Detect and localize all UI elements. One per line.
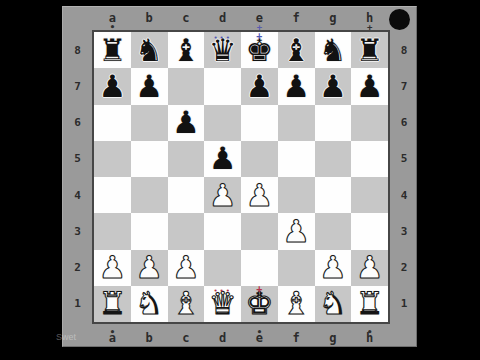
rank-label-left-6: 6 bbox=[63, 105, 92, 141]
castling-marker-bottom-e: • bbox=[257, 328, 262, 336]
square-e3[interactable] bbox=[241, 213, 278, 249]
piece-white-bishop[interactable]: ♝ bbox=[172, 288, 200, 319]
piece-white-pawn[interactable]: ♟ bbox=[135, 252, 163, 283]
black-to-move-indicator-icon bbox=[389, 9, 410, 30]
square-d5[interactable]: ♟ bbox=[204, 141, 241, 177]
castling-marker-bottom-a: • bbox=[110, 328, 115, 336]
square-c3[interactable] bbox=[168, 213, 205, 249]
square-a3[interactable] bbox=[94, 213, 131, 249]
rank-label-right-4: 4 bbox=[390, 177, 418, 213]
file-labels-bottom: abcdefgh bbox=[94, 326, 388, 350]
square-d1[interactable]: ♛••• bbox=[204, 286, 241, 322]
square-e5[interactable] bbox=[241, 141, 278, 177]
square-e1[interactable]: ♚+ bbox=[241, 286, 278, 322]
rank-label-left-2: 2 bbox=[63, 250, 92, 286]
piece-black-pawn[interactable]: ♟ bbox=[356, 71, 384, 102]
piece-white-queen[interactable]: ♛••• bbox=[209, 288, 237, 319]
white-queen-jewels-accent-icon: ••• bbox=[213, 288, 231, 295]
square-b6[interactable] bbox=[131, 105, 168, 141]
square-d7[interactable] bbox=[204, 68, 241, 104]
piece-white-knight[interactable]: ♞ bbox=[135, 288, 163, 319]
square-d3[interactable] bbox=[204, 213, 241, 249]
piece-black-knight[interactable]: ♞ bbox=[135, 35, 163, 66]
square-h8[interactable]: ♜ bbox=[351, 32, 388, 68]
rank-label-right-3: 3 bbox=[390, 213, 418, 249]
square-f8[interactable]: ♝ bbox=[278, 32, 315, 68]
piece-white-pawn[interactable]: ♟ bbox=[356, 252, 384, 283]
piece-white-pawn[interactable]: ♟ bbox=[172, 252, 200, 283]
board-frame: abcdefgh abcdefgh 87654321 87654321 •++•… bbox=[62, 6, 417, 347]
square-f3[interactable]: ♟ bbox=[278, 213, 315, 249]
black-queen-jewels-accent-icon: ••• bbox=[213, 35, 231, 42]
rank-label-left-3: 3 bbox=[63, 213, 92, 249]
castling-marker-bottom-h: • bbox=[367, 328, 372, 336]
square-g4[interactable] bbox=[315, 177, 352, 213]
file-label-bottom-c: c bbox=[168, 326, 205, 350]
square-f7[interactable]: ♟ bbox=[278, 68, 315, 104]
rank-label-right-2: 2 bbox=[390, 250, 418, 286]
square-c2[interactable]: ♟ bbox=[168, 250, 205, 286]
square-g7[interactable]: ♟ bbox=[315, 68, 352, 104]
square-f6[interactable] bbox=[278, 105, 315, 141]
piece-black-pawn[interactable]: ♟ bbox=[172, 107, 200, 138]
file-label-top-g: g bbox=[315, 7, 352, 29]
piece-white-king[interactable]: ♚+ bbox=[245, 288, 273, 319]
square-b3[interactable] bbox=[131, 213, 168, 249]
square-a7[interactable]: ♟ bbox=[94, 68, 131, 104]
square-d4[interactable]: ♟ bbox=[204, 177, 241, 213]
square-a1[interactable]: ♜ bbox=[94, 286, 131, 322]
watermark: Swet bbox=[56, 332, 76, 342]
square-b4[interactable] bbox=[131, 177, 168, 213]
piece-white-rook[interactable]: ♜ bbox=[98, 288, 126, 319]
piece-black-queen[interactable]: ♛••• bbox=[209, 35, 237, 66]
piece-white-pawn[interactable]: ♟ bbox=[245, 180, 273, 211]
square-e2[interactable] bbox=[241, 250, 278, 286]
piece-black-bishop[interactable]: ♝ bbox=[282, 35, 310, 66]
rank-labels-left: 87654321 bbox=[63, 32, 92, 322]
square-g2[interactable]: ♟ bbox=[315, 250, 352, 286]
piece-black-pawn[interactable]: ♟ bbox=[245, 71, 273, 102]
rank-label-right-5: 5 bbox=[390, 141, 418, 177]
square-c7[interactable] bbox=[168, 68, 205, 104]
square-a4[interactable] bbox=[94, 177, 131, 213]
square-b8[interactable]: ♞ bbox=[131, 32, 168, 68]
square-e6[interactable] bbox=[241, 105, 278, 141]
file-labels-top: abcdefgh bbox=[94, 7, 388, 29]
square-g6[interactable] bbox=[315, 105, 352, 141]
square-h6[interactable] bbox=[351, 105, 388, 141]
square-h4[interactable] bbox=[351, 177, 388, 213]
square-e4[interactable]: ♟ bbox=[241, 177, 278, 213]
square-e7[interactable]: ♟ bbox=[241, 68, 278, 104]
square-d6[interactable] bbox=[204, 105, 241, 141]
rank-label-left-5: 5 bbox=[63, 141, 92, 177]
square-h2[interactable]: ♟ bbox=[351, 250, 388, 286]
rank-label-right-7: 7 bbox=[390, 68, 418, 104]
piece-black-pawn[interactable]: ♟ bbox=[209, 143, 237, 174]
piece-white-pawn[interactable]: ♟ bbox=[98, 252, 126, 283]
piece-black-rook[interactable]: ♜ bbox=[356, 35, 384, 66]
rank-labels-right: 87654321 bbox=[390, 32, 418, 322]
file-label-bottom-d: d bbox=[204, 326, 241, 350]
square-d8[interactable]: ♛••• bbox=[204, 32, 241, 68]
rank-label-right-6: 6 bbox=[390, 105, 418, 141]
square-a5[interactable] bbox=[94, 141, 131, 177]
square-h3[interactable] bbox=[351, 213, 388, 249]
square-b5[interactable] bbox=[131, 141, 168, 177]
chess-board: ♜♞♝♛•••♚+♝♞♜♟♟♟♟♟♟♟♟♟♟♟♟♟♟♟♟♜♞♝♛•••♚+♝♞♜ bbox=[92, 30, 390, 324]
piece-black-pawn[interactable]: ♟ bbox=[135, 71, 163, 102]
piece-white-knight[interactable]: ♞ bbox=[319, 288, 347, 319]
piece-black-king[interactable]: ♚+ bbox=[245, 35, 273, 66]
piece-white-pawn[interactable]: ♟ bbox=[282, 216, 310, 247]
square-d2[interactable] bbox=[204, 250, 241, 286]
square-c4[interactable] bbox=[168, 177, 205, 213]
square-b2[interactable]: ♟ bbox=[131, 250, 168, 286]
piece-black-pawn[interactable]: ♟ bbox=[282, 71, 310, 102]
file-label-top-f: f bbox=[278, 7, 315, 29]
file-label-bottom-f: f bbox=[278, 326, 315, 350]
square-h1[interactable]: ♜ bbox=[351, 286, 388, 322]
square-a2[interactable]: ♟ bbox=[94, 250, 131, 286]
square-c6[interactable]: ♟ bbox=[168, 105, 205, 141]
square-c1[interactable]: ♝ bbox=[168, 286, 205, 322]
square-e8[interactable]: ♚+ bbox=[241, 32, 278, 68]
rank-label-right-1: 1 bbox=[390, 286, 418, 322]
file-label-top-b: b bbox=[131, 7, 168, 29]
piece-black-pawn[interactable]: ♟ bbox=[319, 71, 347, 102]
square-f1[interactable]: ♝ bbox=[278, 286, 315, 322]
rank-label-left-1: 1 bbox=[63, 286, 92, 322]
square-a6[interactable] bbox=[94, 105, 131, 141]
square-h7[interactable]: ♟ bbox=[351, 68, 388, 104]
square-f4[interactable] bbox=[278, 177, 315, 213]
piece-black-bishop[interactable]: ♝ bbox=[172, 35, 200, 66]
square-c5[interactable] bbox=[168, 141, 205, 177]
square-g1[interactable]: ♞ bbox=[315, 286, 352, 322]
piece-black-knight[interactable]: ♞ bbox=[319, 35, 347, 66]
piece-white-pawn[interactable]: ♟ bbox=[209, 180, 237, 211]
piece-black-pawn[interactable]: ♟ bbox=[98, 71, 126, 102]
square-h5[interactable] bbox=[351, 141, 388, 177]
square-b1[interactable]: ♞ bbox=[131, 286, 168, 322]
rank-label-left-7: 7 bbox=[63, 68, 92, 104]
rank-label-left-4: 4 bbox=[63, 177, 92, 213]
square-g8[interactable]: ♞ bbox=[315, 32, 352, 68]
piece-black-rook[interactable]: ♜ bbox=[98, 35, 126, 66]
square-g3[interactable] bbox=[315, 213, 352, 249]
black-king-cross-accent-icon: + bbox=[256, 31, 262, 41]
file-label-bottom-g: g bbox=[315, 326, 352, 350]
file-label-top-c: c bbox=[168, 7, 205, 29]
piece-white-bishop[interactable]: ♝ bbox=[282, 288, 310, 319]
square-c8[interactable]: ♝ bbox=[168, 32, 205, 68]
piece-white-rook[interactable]: ♜ bbox=[356, 288, 384, 319]
piece-white-pawn[interactable]: ♟ bbox=[319, 252, 347, 283]
file-label-top-d: d bbox=[204, 7, 241, 29]
square-f2[interactable] bbox=[278, 250, 315, 286]
square-b7[interactable]: ♟ bbox=[131, 68, 168, 104]
square-f5[interactable] bbox=[278, 141, 315, 177]
square-a8[interactable]: ♜ bbox=[94, 32, 131, 68]
rank-label-left-8: 8 bbox=[63, 32, 92, 68]
file-label-bottom-b: b bbox=[131, 326, 168, 350]
square-g5[interactable] bbox=[315, 141, 352, 177]
rank-label-right-8: 8 bbox=[390, 32, 418, 68]
white-king-cross-accent-icon: + bbox=[256, 284, 262, 294]
